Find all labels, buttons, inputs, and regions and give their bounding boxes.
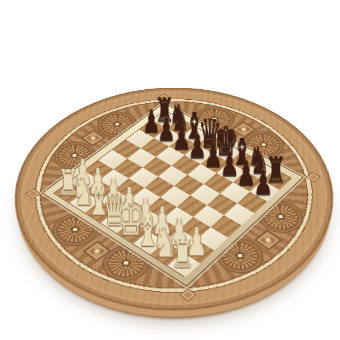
rosette-ornament bbox=[261, 203, 301, 230]
diamond-ornament bbox=[80, 130, 105, 147]
board-tilt-wrapper: ♜♞♝♛♚♝♞♜♟♟♟♟♟♟♟♟♟♟♟♟♟♟♟♟♜♞♝♛♚♝♞♜ bbox=[16, 27, 332, 340]
screenshot-root: ♜♞♝♛♚♝♞♜♟♟♟♟♟♟♟♟♟♟♟♟♟♟♟♟♜♞♝♛♚♝♞♜ bbox=[0, 0, 340, 340]
round-carved-board: ♜♞♝♛♚♝♞♜♟♟♟♟♟♟♟♟♟♟♟♟♟♟♟♟♜♞♝♛♚♝♞♜ bbox=[0, 88, 340, 311]
corner-diamond-ornament bbox=[180, 289, 198, 303]
rosette-ornament bbox=[220, 241, 261, 270]
diamond-ornament bbox=[254, 230, 283, 251]
rosette-ornament bbox=[106, 248, 147, 278]
corner-diamond-ornament bbox=[306, 172, 321, 183]
corner-diamond-ornament bbox=[25, 188, 41, 199]
black-pawn[interactable]: ♟ bbox=[254, 168, 272, 196]
white-rook[interactable]: ♜ bbox=[173, 239, 193, 269]
